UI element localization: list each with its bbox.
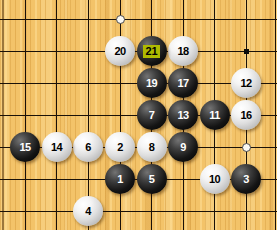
move-number: 11	[209, 109, 220, 122]
stone-black[interactable]: 13	[168, 100, 198, 130]
move-number: 17	[177, 77, 188, 90]
stone-white[interactable]: 8	[137, 132, 167, 162]
stone-black[interactable]: 7	[137, 100, 167, 130]
move-number: 6	[85, 141, 91, 154]
move-number: 2	[117, 141, 123, 154]
move-number: 14	[51, 141, 62, 154]
stone-black[interactable]: 15	[10, 132, 40, 162]
stone-white[interactable]: 4	[73, 196, 103, 226]
stone-white[interactable]: 2	[105, 132, 135, 162]
move-number: 19	[146, 77, 157, 90]
go-board-view: 123456789101112131415161718192021	[0, 0, 277, 230]
move-number: 5	[149, 173, 155, 186]
stone-white[interactable]: 20	[105, 36, 135, 66]
grid-line-horizontal	[0, 19, 277, 20]
star-point	[244, 49, 249, 54]
last-move-number: 21	[143, 45, 159, 58]
move-number: 12	[240, 77, 251, 90]
go-board[interactable]: 123456789101112131415161718192021	[0, 0, 277, 230]
move-number: 18	[177, 45, 188, 58]
move-number: 7	[149, 109, 155, 122]
stone-black[interactable]: 11	[200, 100, 230, 130]
stone-white[interactable]: 16	[231, 100, 261, 130]
stone-black[interactable]: 19	[137, 68, 167, 98]
stone-white[interactable]: 10	[200, 164, 230, 194]
grid-line-horizontal	[0, 211, 277, 212]
stone-black[interactable]: 3	[231, 164, 261, 194]
move-number: 4	[85, 205, 91, 218]
move-number: 15	[19, 141, 30, 154]
move-number: 8	[149, 141, 155, 154]
move-number: 1	[117, 173, 123, 186]
stone-black[interactable]: 17	[168, 68, 198, 98]
move-number: 13	[177, 109, 188, 122]
stone-black[interactable]: 21	[137, 36, 167, 66]
move-number: 9	[180, 141, 186, 154]
stone-black[interactable]: 9	[168, 132, 198, 162]
stone-black[interactable]: 1	[105, 164, 135, 194]
stone-white[interactable]: 14	[42, 132, 72, 162]
stone-black[interactable]: 5	[137, 164, 167, 194]
circle-marker	[242, 143, 251, 152]
move-number: 20	[114, 45, 125, 58]
circle-marker	[116, 15, 125, 24]
move-number: 10	[209, 173, 220, 186]
move-number: 3	[243, 173, 249, 186]
stone-white[interactable]: 18	[168, 36, 198, 66]
stone-white[interactable]: 12	[231, 68, 261, 98]
move-number: 16	[240, 109, 251, 122]
stone-white[interactable]: 6	[73, 132, 103, 162]
